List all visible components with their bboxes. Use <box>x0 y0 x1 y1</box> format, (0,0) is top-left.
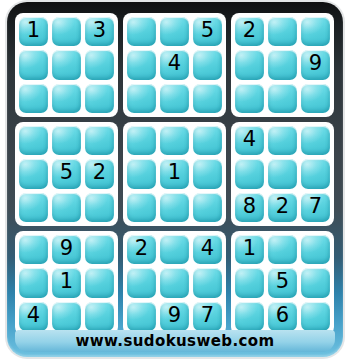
cell-r6c1[interactable] <box>19 193 48 222</box>
sudoku-box-2-1: 52 <box>15 122 118 226</box>
cell-r3c6[interactable] <box>193 84 222 113</box>
cell-r4c5[interactable] <box>160 126 189 155</box>
cell-value: 9 <box>168 305 181 326</box>
cell-r6c8[interactable]: 2 <box>268 193 297 222</box>
sudoku-box-2-2: 1 <box>123 122 226 226</box>
cell-value: 3 <box>93 20 106 41</box>
cell-r3c7[interactable] <box>235 84 264 113</box>
cell-r3c8[interactable] <box>268 84 297 113</box>
cell-r7c6[interactable]: 4 <box>193 235 222 264</box>
cell-value: 7 <box>309 196 322 217</box>
cell-r5c9[interactable] <box>301 159 330 188</box>
cell-r3c3[interactable] <box>85 84 114 113</box>
cell-r4c3[interactable] <box>85 126 114 155</box>
cell-r1c1[interactable]: 1 <box>19 17 48 46</box>
cell-r2c5[interactable]: 4 <box>160 50 189 79</box>
board-frame: 13542952148279142497156 www.sudokusweb.c… <box>7 2 343 357</box>
cell-r5c2[interactable]: 5 <box>52 159 81 188</box>
cell-value: 4 <box>243 129 256 150</box>
cell-value: 7 <box>201 305 214 326</box>
cell-r9c7[interactable] <box>235 302 264 331</box>
cell-r3c2[interactable] <box>52 84 81 113</box>
cell-r7c8[interactable] <box>268 235 297 264</box>
cell-r5c6[interactable] <box>193 159 222 188</box>
cell-r8c6[interactable] <box>193 268 222 297</box>
cell-r1c8[interactable] <box>268 17 297 46</box>
sudoku-box-2-3: 4827 <box>231 122 334 226</box>
cell-r8c9[interactable] <box>301 268 330 297</box>
sudoku-box-1-2: 54 <box>123 13 226 117</box>
cell-value: 8 <box>243 196 256 217</box>
cell-r1c6[interactable]: 5 <box>193 17 222 46</box>
cell-r7c1[interactable] <box>19 235 48 264</box>
cell-r8c8[interactable]: 5 <box>268 268 297 297</box>
cell-r1c2[interactable] <box>52 17 81 46</box>
cell-r2c8[interactable] <box>268 50 297 79</box>
cell-r9c9[interactable] <box>301 302 330 331</box>
cell-r8c5[interactable] <box>160 268 189 297</box>
sudoku-box-1-3: 29 <box>231 13 334 117</box>
cell-r6c9[interactable]: 7 <box>301 193 330 222</box>
cell-r1c7[interactable]: 2 <box>235 17 264 46</box>
sudoku-board: 13542952148279142497156 <box>15 13 334 335</box>
cell-value: 2 <box>93 162 106 183</box>
cell-r7c3[interactable] <box>85 235 114 264</box>
sudoku-box-1-1: 13 <box>15 13 118 117</box>
cell-r5c1[interactable] <box>19 159 48 188</box>
cell-r2c1[interactable] <box>19 50 48 79</box>
cell-r9c8[interactable]: 6 <box>268 302 297 331</box>
cell-r2c3[interactable] <box>85 50 114 79</box>
cell-r5c7[interactable] <box>235 159 264 188</box>
cell-value: 2 <box>243 20 256 41</box>
sudoku-widget: 13542952148279142497156 www.sudokusweb.c… <box>0 0 350 360</box>
cell-r8c4[interactable] <box>127 268 156 297</box>
cell-r1c4[interactable] <box>127 17 156 46</box>
cell-r1c5[interactable] <box>160 17 189 46</box>
cell-value: 5 <box>201 20 214 41</box>
cell-value: 4 <box>201 238 214 259</box>
cell-r7c5[interactable] <box>160 235 189 264</box>
footer-band: www.sudokusweb.com <box>15 330 335 352</box>
site-url: www.sudokusweb.com <box>75 332 274 350</box>
cell-r7c2[interactable]: 9 <box>52 235 81 264</box>
cell-value: 1 <box>27 20 40 41</box>
cell-r9c1[interactable]: 4 <box>19 302 48 331</box>
cell-r6c5[interactable] <box>160 193 189 222</box>
cell-r8c3[interactable] <box>85 268 114 297</box>
cell-r4c6[interactable] <box>193 126 222 155</box>
cell-r7c4[interactable]: 2 <box>127 235 156 264</box>
cell-value: 6 <box>276 305 289 326</box>
cell-r6c4[interactable] <box>127 193 156 222</box>
cell-value: 9 <box>60 238 73 259</box>
sudoku-box-3-3: 156 <box>231 231 334 335</box>
cell-r9c4[interactable] <box>127 302 156 331</box>
cell-r4c2[interactable] <box>52 126 81 155</box>
cell-r7c7[interactable]: 1 <box>235 235 264 264</box>
cell-value: 4 <box>27 305 40 326</box>
cell-r5c5[interactable]: 1 <box>160 159 189 188</box>
cell-value: 5 <box>276 271 289 292</box>
cell-r5c3[interactable]: 2 <box>85 159 114 188</box>
cell-r8c1[interactable] <box>19 268 48 297</box>
cell-r3c9[interactable] <box>301 84 330 113</box>
cell-r4c9[interactable] <box>301 126 330 155</box>
cell-r4c8[interactable] <box>268 126 297 155</box>
sudoku-box-3-2: 2497 <box>123 231 226 335</box>
cell-r9c5[interactable]: 9 <box>160 302 189 331</box>
cell-value: 2 <box>135 238 148 259</box>
cell-r9c3[interactable] <box>85 302 114 331</box>
cell-r4c1[interactable] <box>19 126 48 155</box>
cell-r6c6[interactable] <box>193 193 222 222</box>
cell-r2c7[interactable] <box>235 50 264 79</box>
cell-r9c6[interactable]: 7 <box>193 302 222 331</box>
cell-r7c9[interactable] <box>301 235 330 264</box>
cell-r8c7[interactable] <box>235 268 264 297</box>
cell-r6c3[interactable] <box>85 193 114 222</box>
cell-r4c7[interactable]: 4 <box>235 126 264 155</box>
cell-r2c9[interactable]: 9 <box>301 50 330 79</box>
cell-r3c1[interactable] <box>19 84 48 113</box>
cell-r2c6[interactable] <box>193 50 222 79</box>
cell-value: 9 <box>309 53 322 74</box>
cell-value: 5 <box>60 162 73 183</box>
cell-r2c4[interactable] <box>127 50 156 79</box>
sudoku-box-3-1: 914 <box>15 231 118 335</box>
cell-r2c2[interactable] <box>52 50 81 79</box>
cell-r9c2[interactable] <box>52 302 81 331</box>
cell-r1c3[interactable]: 3 <box>85 17 114 46</box>
cell-value: 4 <box>168 53 181 74</box>
cell-r1c9[interactable] <box>301 17 330 46</box>
cell-r6c7[interactable]: 8 <box>235 193 264 222</box>
cell-r5c8[interactable] <box>268 159 297 188</box>
cell-value: 1 <box>60 271 73 292</box>
cell-value: 2 <box>276 196 289 217</box>
cell-r5c4[interactable] <box>127 159 156 188</box>
cell-value: 1 <box>168 162 181 183</box>
cell-r4c4[interactable] <box>127 126 156 155</box>
cell-value: 1 <box>243 238 256 259</box>
cell-r3c4[interactable] <box>127 84 156 113</box>
cell-r3c5[interactable] <box>160 84 189 113</box>
cell-r8c2[interactable]: 1 <box>52 268 81 297</box>
cell-r6c2[interactable] <box>52 193 81 222</box>
